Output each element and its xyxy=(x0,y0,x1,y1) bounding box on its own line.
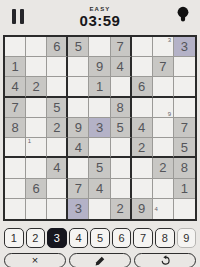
cell-r9c8[interactable]: 4 xyxy=(153,199,174,219)
cell-digit: 7 xyxy=(159,59,166,74)
cell-r9c4[interactable]: 3 xyxy=(68,199,89,219)
cell-r1c5[interactable] xyxy=(89,37,110,57)
cell-r4c8[interactable]: 9 xyxy=(153,98,174,118)
cell-r4c5[interactable] xyxy=(89,98,110,118)
cell-r7c5[interactable]: 5 xyxy=(89,158,110,178)
cell-digit: 3 xyxy=(181,39,188,54)
cell-digit: 4 xyxy=(75,140,82,155)
numpad-key-2[interactable]: 2 xyxy=(26,228,46,248)
cell-r8c4[interactable]: 7 xyxy=(68,179,89,199)
pause-icon xyxy=(12,9,16,24)
cell-r9c7[interactable]: 9 xyxy=(132,199,153,219)
cell-digit: 9 xyxy=(138,201,145,216)
cell-digit: 7 xyxy=(75,181,82,196)
cell-digit: 9 xyxy=(75,120,82,135)
cell-r7c1[interactable] xyxy=(5,158,26,178)
pencil-mark: 9 xyxy=(168,111,171,117)
cell-r5c1[interactable]: 8 xyxy=(5,118,26,138)
notes-button[interactable] xyxy=(69,253,131,267)
cell-r7c2[interactable] xyxy=(26,158,47,178)
timer-box: EASY 03:59 xyxy=(80,6,121,28)
cell-r5c5[interactable]: 3 xyxy=(89,118,110,138)
cell-r3c6[interactable] xyxy=(111,77,132,97)
cell-r6c6[interactable] xyxy=(111,138,132,158)
cell-r7c7[interactable] xyxy=(132,158,153,178)
cell-r8c8[interactable] xyxy=(153,179,174,199)
cell-r6c3[interactable] xyxy=(47,138,68,158)
cell-r1c3[interactable]: 6 xyxy=(47,37,68,57)
cell-r9c6[interactable]: 2 xyxy=(111,199,132,219)
cell-r2c1[interactable]: 1 xyxy=(5,57,26,77)
cell-digit: 5 xyxy=(53,100,60,115)
cell-digit: 6 xyxy=(33,181,40,196)
cell-r9c2[interactable] xyxy=(26,199,47,219)
numpad-key-4[interactable]: 4 xyxy=(69,228,89,248)
cell-r4c1[interactable]: 7 xyxy=(5,98,26,118)
cell-digit: 8 xyxy=(181,160,188,175)
cell-r5c2[interactable] xyxy=(26,118,47,138)
cell-r9c3[interactable] xyxy=(47,199,68,219)
cell-r1c8[interactable]: 3 xyxy=(153,37,174,57)
cell-r3c1[interactable]: 4 xyxy=(5,77,26,97)
cell-r7c6[interactable] xyxy=(111,158,132,178)
cell-digit: 7 xyxy=(181,120,188,135)
cell-digit: 5 xyxy=(181,140,188,155)
cell-digit: 4 xyxy=(116,59,123,74)
cell-r8c5[interactable]: 4 xyxy=(89,179,110,199)
sudoku-board: 6573319474216758982935471425452867413294 xyxy=(3,35,197,221)
cell-r3c3[interactable] xyxy=(47,77,68,97)
cell-r2c7[interactable] xyxy=(132,57,153,77)
cell-digit: 8 xyxy=(116,100,123,115)
cell-r3c7[interactable]: 6 xyxy=(132,77,153,97)
cell-r2c4[interactable] xyxy=(68,57,89,77)
cell-r7c8[interactable]: 2 xyxy=(153,158,174,178)
cell-r1c9[interactable]: 3 xyxy=(174,37,195,57)
cell-r4c7[interactable] xyxy=(132,98,153,118)
cell-r6c2[interactable]: 1 xyxy=(26,138,47,158)
erase-x-icon: × xyxy=(32,255,38,266)
cell-r4c9[interactable] xyxy=(174,98,195,118)
numpad-key-9[interactable]: 9 xyxy=(177,228,197,248)
cell-digit: 7 xyxy=(116,39,123,54)
cell-r9c9[interactable] xyxy=(174,199,195,219)
pause-icon xyxy=(20,9,24,24)
cell-r1c1[interactable] xyxy=(5,37,26,57)
cell-r6c7[interactable]: 2 xyxy=(132,138,153,158)
numpad-key-7[interactable]: 7 xyxy=(133,228,153,248)
cell-digit: 2 xyxy=(53,120,60,135)
cell-r1c4[interactable]: 5 xyxy=(68,37,89,57)
cell-r3c9[interactable] xyxy=(174,77,195,97)
cell-digit: 4 xyxy=(11,79,18,94)
cell-digit: 1 xyxy=(11,59,18,74)
cell-r8c2[interactable]: 6 xyxy=(26,179,47,199)
numpad-key-3[interactable]: 3 xyxy=(47,228,67,248)
cell-digit: 3 xyxy=(75,201,82,216)
cell-r3c2[interactable]: 2 xyxy=(26,77,47,97)
cell-r2c9[interactable] xyxy=(174,57,195,77)
cell-digit: 4 xyxy=(53,160,60,175)
cell-r7c3[interactable]: 4 xyxy=(47,158,68,178)
cell-r2c5[interactable]: 9 xyxy=(89,57,110,77)
top-bar: EASY 03:59 xyxy=(0,0,200,33)
cell-r7c4[interactable] xyxy=(68,158,89,178)
cell-r6c1[interactable] xyxy=(5,138,26,158)
cell-r2c3[interactable] xyxy=(47,57,68,77)
lightbulb-icon xyxy=(176,6,190,27)
pencil-mark: 1 xyxy=(28,138,31,144)
cell-digit: 9 xyxy=(96,59,103,74)
cell-r9c1[interactable] xyxy=(5,199,26,219)
cell-r1c7[interactable] xyxy=(132,37,153,57)
cell-digit: 2 xyxy=(138,140,145,155)
cell-r2c8[interactable]: 7 xyxy=(153,57,174,77)
cell-r1c2[interactable] xyxy=(26,37,47,57)
difficulty-label: EASY xyxy=(89,6,110,12)
cell-r5c4[interactable]: 9 xyxy=(68,118,89,138)
cell-digit: 2 xyxy=(159,160,166,175)
numpad-key-6[interactable]: 6 xyxy=(112,228,132,248)
cell-digit: 5 xyxy=(96,160,103,175)
cell-r8c6[interactable] xyxy=(111,179,132,199)
cell-r8c7[interactable] xyxy=(132,179,153,199)
cell-digit: 2 xyxy=(33,79,40,94)
cell-r6c4[interactable]: 4 xyxy=(68,138,89,158)
action-row: × xyxy=(4,253,196,267)
pencil-mark: 4 xyxy=(155,206,158,212)
cell-r3c5[interactable]: 1 xyxy=(89,77,110,97)
cell-r8c3[interactable] xyxy=(47,179,68,199)
cell-digit: 2 xyxy=(116,201,123,216)
cell-r6c9[interactable]: 5 xyxy=(174,138,195,158)
cell-r6c8[interactable] xyxy=(153,138,174,158)
cell-r4c6[interactable]: 8 xyxy=(111,98,132,118)
cell-r3c4[interactable] xyxy=(68,77,89,97)
cell-r3c8[interactable] xyxy=(153,77,174,97)
cell-r5c7[interactable]: 4 xyxy=(132,118,153,138)
cell-digit: 8 xyxy=(11,120,18,135)
numpad-key-5[interactable]: 5 xyxy=(90,228,110,248)
cell-r5c3[interactable]: 2 xyxy=(47,118,68,138)
numpad-key-8[interactable]: 8 xyxy=(155,228,175,248)
pencil-icon xyxy=(95,256,105,266)
cell-digit: 5 xyxy=(75,39,82,54)
cell-r8c9[interactable]: 1 xyxy=(174,179,195,199)
numpad-key-1[interactable]: 1 xyxy=(4,228,24,248)
cell-digit: 1 xyxy=(96,79,103,94)
pause-button[interactable] xyxy=(10,7,26,26)
cell-r8c1[interactable] xyxy=(5,179,26,199)
cell-digit: 3 xyxy=(96,120,103,135)
cell-digit: 4 xyxy=(138,120,145,135)
cell-r7c9[interactable]: 8 xyxy=(174,158,195,178)
cell-r6c5[interactable] xyxy=(89,138,110,158)
cell-r5c6[interactable]: 5 xyxy=(111,118,132,138)
cell-digit: 5 xyxy=(116,120,123,135)
cell-r5c8[interactable] xyxy=(153,118,174,138)
cell-r2c2[interactable] xyxy=(26,57,47,77)
cell-digit: 1 xyxy=(181,181,188,196)
cell-r1c6[interactable]: 7 xyxy=(111,37,132,57)
cell-digit: 6 xyxy=(138,79,145,94)
cell-digit: 7 xyxy=(11,100,18,115)
cell-digit: 4 xyxy=(96,181,103,196)
number-pad: 123456789 xyxy=(4,228,196,248)
cell-r4c2[interactable] xyxy=(26,98,47,118)
hint-button[interactable] xyxy=(176,6,190,27)
undo-button[interactable] xyxy=(134,253,196,267)
cell-r5c9[interactable]: 7 xyxy=(174,118,195,138)
cell-r9c5[interactable] xyxy=(89,199,110,219)
timer-label: 03:59 xyxy=(80,13,121,28)
erase-button[interactable]: × xyxy=(4,253,66,267)
cell-r2c6[interactable]: 4 xyxy=(111,57,132,77)
cell-digit: 6 xyxy=(53,39,60,54)
cell-r4c4[interactable] xyxy=(68,98,89,118)
undo-icon xyxy=(160,255,171,266)
cell-r4c3[interactable]: 5 xyxy=(47,98,68,118)
pencil-mark: 3 xyxy=(168,37,171,43)
